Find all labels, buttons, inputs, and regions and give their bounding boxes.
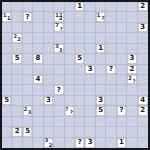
cell-r11c12[interactable] xyxy=(127,117,137,127)
cell-r8c10[interactable] xyxy=(106,85,116,95)
cell-r1c5[interactable]: 122 xyxy=(54,12,64,22)
cell-r10c8[interactable] xyxy=(85,106,95,116)
cell-r9c8[interactable] xyxy=(85,96,95,106)
cell-r4c4[interactable] xyxy=(44,44,54,54)
cell-r13c1[interactable] xyxy=(12,138,22,148)
cell-r2c12[interactable] xyxy=(127,23,137,33)
cell-r5c12[interactable]: 3 xyxy=(127,54,137,64)
cell-r0c3[interactable] xyxy=(33,2,43,12)
pencil-mark-tl: 7 xyxy=(55,23,58,28)
cell-r7c13[interactable] xyxy=(138,75,148,85)
number-clue: 2 xyxy=(127,65,136,74)
pencil-mark-tl: 3 xyxy=(45,138,48,143)
cell-r10c5[interactable] xyxy=(54,106,64,116)
cell-r12c9[interactable] xyxy=(96,127,106,137)
pencil-mark-tl: 2 xyxy=(128,76,131,81)
cell-r6c7[interactable] xyxy=(75,65,85,75)
cell-r2c0[interactable] xyxy=(2,23,12,33)
cell-r2c8[interactable] xyxy=(85,23,95,33)
pencil-mark-br: ? xyxy=(70,110,73,115)
cell-r9c9[interactable]: 3 xyxy=(96,96,106,106)
cell-r7c12[interactable]: 2? xyxy=(127,75,137,85)
cell-r1c10[interactable] xyxy=(106,12,116,22)
cell-r3c12[interactable] xyxy=(127,33,137,43)
cell-r12c7[interactable] xyxy=(75,127,85,137)
pencil-mark-br: 2 xyxy=(59,16,62,21)
cell-r8c6[interactable] xyxy=(65,85,75,95)
number-clue: 3 xyxy=(96,96,105,105)
cell-r7c0[interactable] xyxy=(2,75,12,85)
cell-r7c8[interactable] xyxy=(85,75,95,85)
cell-r6c0[interactable] xyxy=(2,65,12,75)
cell-r4c5[interactable]: 33 xyxy=(54,44,64,54)
number-clue: 1 xyxy=(117,138,126,148)
cell-r0c13[interactable]: 2 xyxy=(138,2,148,12)
cell-r6c3[interactable] xyxy=(33,65,43,75)
cell-r6c2[interactable] xyxy=(23,65,33,75)
cell-r13c6[interactable] xyxy=(65,138,75,148)
cell-r8c13[interactable] xyxy=(138,85,148,95)
cell-r4c0[interactable] xyxy=(2,44,12,54)
cell-r5c1[interactable]: 5 xyxy=(12,54,22,64)
cell-r9c12[interactable] xyxy=(127,96,137,106)
cell-r3c0[interactable] xyxy=(2,33,12,43)
cell-r4c9[interactable]: 1 xyxy=(96,44,106,54)
number-clue: 5 xyxy=(96,106,105,115)
cell-r6c1[interactable] xyxy=(12,65,22,75)
number-clue: 5 xyxy=(75,54,84,63)
cell-r4c8[interactable] xyxy=(85,44,95,54)
cell-r7c9[interactable] xyxy=(96,75,106,85)
cell-r10c3[interactable] xyxy=(33,106,43,116)
number-clue: 3 xyxy=(44,96,53,105)
cell-r5c13[interactable] xyxy=(138,54,148,64)
number-clue: 2 xyxy=(12,127,21,136)
cell-r10c13[interactable]: 2 xyxy=(138,106,148,116)
cell-r7c5[interactable] xyxy=(54,75,64,85)
fillomino-board: 1211?1221?7?32233158533?242??533423??5?2… xyxy=(0,0,150,150)
cell-r13c9[interactable] xyxy=(96,138,106,148)
cell-r1c1[interactable] xyxy=(12,12,22,22)
cell-r10c9[interactable]: 5 xyxy=(96,106,106,116)
cell-r2c13[interactable]: 3 xyxy=(138,23,148,33)
number-clue: 5 xyxy=(12,54,21,63)
cell-r9c11[interactable] xyxy=(117,96,127,106)
cell-r4c2[interactable] xyxy=(23,44,33,54)
cell-r1c11[interactable] xyxy=(117,12,127,22)
cell-r3c8[interactable] xyxy=(85,33,95,43)
question-clue: ? xyxy=(117,106,126,115)
cell-r0c7[interactable]: 1 xyxy=(75,2,85,12)
cell-r2c4[interactable] xyxy=(44,23,54,33)
pencil-mark-br: 2 xyxy=(17,37,20,42)
cell-r3c5[interactable] xyxy=(54,33,64,43)
cell-r2c1[interactable] xyxy=(12,23,22,33)
cell-r12c10[interactable] xyxy=(106,127,116,137)
cell-r8c2[interactable] xyxy=(23,85,33,95)
cell-r5c0[interactable] xyxy=(2,54,12,64)
cell-r11c10[interactable] xyxy=(106,117,116,127)
cell-r12c6[interactable] xyxy=(65,127,75,137)
cell-r6c6[interactable] xyxy=(65,65,75,75)
cell-r3c11[interactable] xyxy=(117,33,127,43)
number-clue: 5 xyxy=(2,96,11,105)
pencil-mark-tl: ? xyxy=(66,107,69,112)
cell-r10c2[interactable]: 23 xyxy=(23,106,33,116)
cell-r10c1[interactable] xyxy=(12,106,22,116)
cell-r3c9[interactable] xyxy=(96,33,106,43)
cell-r11c1[interactable] xyxy=(12,117,22,127)
cell-r8c3[interactable] xyxy=(33,85,43,95)
number-clue: 1 xyxy=(96,44,105,53)
cell-r12c3[interactable] xyxy=(33,127,43,137)
cell-r8c7[interactable] xyxy=(75,85,85,95)
number-clue: 5 xyxy=(23,127,32,136)
cell-r11c4[interactable] xyxy=(44,117,54,127)
cell-r6c8[interactable]: 3 xyxy=(85,65,95,75)
number-clue: 3 xyxy=(85,65,94,74)
cell-r5c2[interactable] xyxy=(23,54,33,64)
cell-r9c3[interactable] xyxy=(33,96,43,106)
cell-r9c6[interactable] xyxy=(65,96,75,106)
cell-r3c13[interactable] xyxy=(138,33,148,43)
cell-r10c12[interactable] xyxy=(127,106,137,116)
cell-r7c7[interactable] xyxy=(75,75,85,85)
cell-r10c11[interactable]: ? xyxy=(117,106,127,116)
cell-r7c6[interactable] xyxy=(65,75,75,85)
cell-r12c4[interactable] xyxy=(44,127,54,137)
cell-r11c7[interactable] xyxy=(75,117,85,127)
pencil-mark-br: 3 xyxy=(59,48,62,53)
cell-r10c7[interactable] xyxy=(75,106,85,116)
cell-r11c8[interactable] xyxy=(85,117,95,127)
cell-r13c7[interactable]: ? xyxy=(75,138,85,148)
pencil-mark-br: ? xyxy=(133,79,136,84)
number-clue: 4 xyxy=(138,96,148,105)
cell-r3c4[interactable] xyxy=(44,33,54,43)
cell-r12c8[interactable] xyxy=(85,127,95,137)
cell-r6c4[interactable] xyxy=(44,65,54,75)
cell-r0c9[interactable] xyxy=(96,2,106,12)
cell-r9c0[interactable]: 5 xyxy=(2,96,12,106)
number-clue: 3 xyxy=(127,54,136,63)
cell-r6c11[interactable] xyxy=(117,65,127,75)
cell-r11c5[interactable] xyxy=(54,117,64,127)
cell-r9c1[interactable] xyxy=(12,96,22,106)
cell-r9c13[interactable]: 4 xyxy=(138,96,148,106)
cell-r0c11[interactable] xyxy=(117,2,127,12)
cell-r9c4[interactable]: 3 xyxy=(44,96,54,106)
cell-r11c3[interactable] xyxy=(33,117,43,127)
cell-r4c1[interactable] xyxy=(12,44,22,54)
cell-r13c2[interactable] xyxy=(23,138,33,148)
cell-r5c8[interactable] xyxy=(85,54,95,64)
cell-r7c10[interactable] xyxy=(106,75,116,85)
cell-r1c13[interactable] xyxy=(138,12,148,22)
cell-r2c2[interactable] xyxy=(23,23,33,33)
cell-r0c8[interactable] xyxy=(85,2,95,12)
cell-r3c10[interactable] xyxy=(106,33,116,43)
cell-r12c0[interactable] xyxy=(2,127,12,137)
cell-r4c6[interactable] xyxy=(65,44,75,54)
cell-r10c4[interactable] xyxy=(44,106,54,116)
number-clue: 2 xyxy=(138,2,148,11)
cell-r6c9[interactable] xyxy=(96,65,106,75)
cell-r4c10[interactable] xyxy=(106,44,116,54)
pencil-mark-br: ? xyxy=(101,16,104,21)
cell-r12c11[interactable] xyxy=(117,127,127,137)
cell-r11c0[interactable] xyxy=(2,117,12,127)
pencil-mark-tl: 2 xyxy=(24,107,27,112)
cell-r13c10[interactable] xyxy=(106,138,116,148)
cell-r13c5[interactable] xyxy=(54,138,64,148)
cell-r2c6[interactable] xyxy=(65,23,75,33)
cell-r12c12[interactable] xyxy=(127,127,137,137)
cell-r7c2[interactable] xyxy=(23,75,33,85)
cell-r1c6[interactable] xyxy=(65,12,75,22)
cell-r13c11[interactable]: 1 xyxy=(117,138,127,148)
cell-r0c0[interactable] xyxy=(2,2,12,12)
cell-r5c11[interactable] xyxy=(117,54,127,64)
cell-r7c3[interactable]: 4 xyxy=(33,75,43,85)
cell-r10c0[interactable] xyxy=(2,106,12,116)
question-clue: ? xyxy=(75,138,84,148)
pencil-mark-br: 3 xyxy=(28,110,31,115)
cell-r4c7[interactable] xyxy=(75,44,85,54)
cell-r13c3[interactable] xyxy=(33,138,43,148)
question-clue: ? xyxy=(54,85,63,94)
question-clue: ? xyxy=(23,12,32,21)
cell-r12c2[interactable]: 5 xyxy=(23,127,33,137)
question-clue: ? xyxy=(106,65,115,74)
cell-r1c9[interactable]: 1? xyxy=(96,12,106,22)
cell-r12c1[interactable]: 2 xyxy=(12,127,22,137)
cell-r9c10[interactable] xyxy=(106,96,116,106)
cell-r6c13[interactable] xyxy=(138,65,148,75)
cell-r2c3[interactable] xyxy=(33,23,43,33)
number-clue: 2 xyxy=(138,106,148,115)
cell-r13c12[interactable] xyxy=(127,138,137,148)
cell-r8c4[interactable] xyxy=(44,85,54,95)
number-clue: 1 xyxy=(75,2,84,11)
pencil-mark-br: 2 xyxy=(49,143,52,148)
number-clue: 4 xyxy=(33,75,42,84)
cell-r9c5[interactable] xyxy=(54,96,64,106)
pencil-mark-br: ? xyxy=(60,27,63,32)
cell-r3c2[interactable] xyxy=(23,33,33,43)
cell-r5c10[interactable] xyxy=(106,54,116,64)
cell-r1c2[interactable]: ? xyxy=(23,12,33,22)
cell-r4c13[interactable] xyxy=(138,44,148,54)
cell-r12c5[interactable] xyxy=(54,127,64,137)
number-clue: 3 xyxy=(138,23,148,32)
pencil-mark-tl: 1 xyxy=(97,13,100,18)
cell-r2c9[interactable] xyxy=(96,23,106,33)
cell-r5c7[interactable]: 5 xyxy=(75,54,85,64)
cell-r0c2[interactable] xyxy=(23,2,33,12)
cell-r13c0[interactable] xyxy=(2,138,12,148)
cell-r13c4[interactable]: 32 xyxy=(44,138,54,148)
cell-r7c1[interactable] xyxy=(12,75,22,85)
cell-r2c7[interactable] xyxy=(75,23,85,33)
cell-r10c6[interactable]: ?? xyxy=(65,106,75,116)
cell-r5c5[interactable] xyxy=(54,54,64,64)
cell-r9c2[interactable] xyxy=(23,96,33,106)
cell-r3c6[interactable] xyxy=(65,33,75,43)
cell-r4c12[interactable] xyxy=(127,44,137,54)
cell-r6c5[interactable] xyxy=(54,65,64,75)
cell-r0c1[interactable] xyxy=(12,2,22,12)
cell-r10c10[interactable] xyxy=(106,106,116,116)
cell-r1c3[interactable] xyxy=(33,12,43,22)
cell-r3c3[interactable] xyxy=(33,33,43,43)
cell-r7c4[interactable] xyxy=(44,75,54,85)
pencil-mark-br: 1 xyxy=(7,16,10,21)
cell-r4c3[interactable] xyxy=(33,44,43,54)
cell-r11c9[interactable] xyxy=(96,117,106,127)
cell-r5c9[interactable] xyxy=(96,54,106,64)
cell-r13c8[interactable]: 3 xyxy=(85,138,95,148)
cell-r7c11[interactable] xyxy=(117,75,127,85)
cell-r5c6[interactable] xyxy=(65,54,75,64)
cell-r12c13[interactable] xyxy=(138,127,148,137)
cell-r13c13[interactable] xyxy=(138,138,148,148)
cell-r0c6[interactable] xyxy=(65,2,75,12)
cell-r5c4[interactable] xyxy=(44,54,54,64)
cell-r8c0[interactable] xyxy=(2,85,12,95)
cell-r8c11[interactable] xyxy=(117,85,127,95)
cell-r6c12[interactable]: 2 xyxy=(127,65,137,75)
cell-r4c11[interactable] xyxy=(117,44,127,54)
cell-r11c6[interactable] xyxy=(65,117,75,127)
cell-r3c1[interactable]: 22 xyxy=(12,33,22,43)
cell-r11c13[interactable] xyxy=(138,117,148,127)
number-clue: 3 xyxy=(85,138,94,148)
cell-r9c7[interactable] xyxy=(75,96,85,106)
cell-r11c2[interactable] xyxy=(23,117,33,127)
cell-r0c4[interactable] xyxy=(44,2,54,12)
cell-r0c5[interactable] xyxy=(54,2,64,12)
cell-r1c12[interactable] xyxy=(127,12,137,22)
cell-r1c8[interactable] xyxy=(85,12,95,22)
cell-r8c9[interactable] xyxy=(96,85,106,95)
cell-r3c7[interactable] xyxy=(75,33,85,43)
cell-r8c5[interactable]: ? xyxy=(54,85,64,95)
cell-r6c10[interactable]: ? xyxy=(106,65,116,75)
cell-r0c12[interactable] xyxy=(127,2,137,12)
cell-r11c11[interactable] xyxy=(117,117,127,127)
cell-r0c10[interactable] xyxy=(106,2,116,12)
cell-r2c10[interactable] xyxy=(106,23,116,33)
cell-r5c3[interactable]: 8 xyxy=(33,54,43,64)
cell-r1c4[interactable] xyxy=(44,12,54,22)
cell-r8c12[interactable] xyxy=(127,85,137,95)
cell-r2c5[interactable]: 7? xyxy=(54,23,64,33)
cell-r1c0[interactable]: 11 xyxy=(2,12,12,22)
cell-r8c1[interactable] xyxy=(12,85,22,95)
cell-r1c7[interactable] xyxy=(75,12,85,22)
cell-r2c11[interactable] xyxy=(117,23,127,33)
cell-r8c8[interactable] xyxy=(85,85,95,95)
number-clue: 8 xyxy=(33,54,42,63)
